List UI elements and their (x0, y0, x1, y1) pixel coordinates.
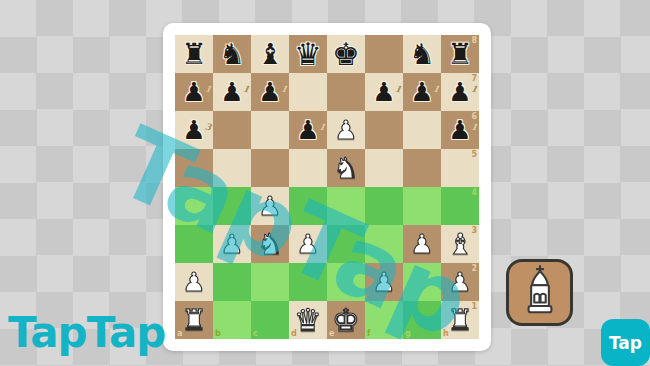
piece-count-badge: 1 (470, 121, 478, 132)
square-c2[interactable] (251, 263, 289, 301)
file-label-g: g (405, 329, 411, 338)
square-b2[interactable] (213, 263, 251, 301)
square-f8[interactable] (365, 35, 403, 73)
square-g3[interactable]: ♟ (403, 225, 441, 263)
square-a3[interactable] (175, 225, 213, 263)
rank-label-4: 4 (471, 188, 477, 197)
white-queen-d1[interactable]: ♛ (294, 305, 322, 336)
square-g7[interactable]: ♟1 (403, 73, 441, 111)
square-e6[interactable]: ♟ (327, 111, 365, 149)
white-rook-h1[interactable]: ♜ (447, 306, 473, 335)
bishop-piece-button[interactable] (506, 259, 573, 326)
black-knight-b8[interactable]: ♞ (219, 40, 245, 69)
square-a1[interactable]: a♜ (175, 301, 213, 339)
square-h3[interactable]: 3♝ (441, 225, 479, 263)
church-bishop-icon (521, 265, 559, 320)
square-b6[interactable] (213, 111, 251, 149)
piece-count-badge: 3 (204, 121, 212, 132)
square-c8[interactable]: ♝ (251, 35, 289, 73)
black-pawn-a7[interactable]: ♟ (182, 79, 205, 105)
square-h7[interactable]: 7♟1 (441, 73, 479, 111)
tap-app-badge: Tap (601, 319, 650, 366)
square-g8[interactable]: ♞ (403, 35, 441, 73)
square-f7[interactable]: ♟1 (365, 73, 403, 111)
square-d2[interactable] (289, 263, 327, 301)
white-pawn-f2[interactable]: ♟ (372, 269, 395, 295)
white-knight-c3[interactable]: ♞ (257, 230, 283, 259)
white-pawn-e6[interactable]: ♟ (334, 117, 357, 143)
piece-count-badge: 1 (470, 83, 478, 94)
square-e5[interactable]: ♞ (327, 149, 365, 187)
square-f6[interactable] (365, 111, 403, 149)
square-h1[interactable]: 1h♜ (441, 301, 479, 339)
black-rook-h8[interactable]: ♜ (447, 40, 473, 69)
square-h2[interactable]: 2♟ (441, 263, 479, 301)
black-pawn-h6[interactable]: ♟ (448, 117, 471, 143)
square-d6[interactable]: ♟1 (289, 111, 327, 149)
square-e4[interactable] (327, 187, 365, 225)
square-f3[interactable] (365, 225, 403, 263)
black-pawn-h7[interactable]: ♟ (448, 79, 471, 105)
black-pawn-d6[interactable]: ♟ (296, 117, 319, 143)
rank-label-5: 5 (471, 150, 477, 159)
square-e8[interactable]: ♚ (327, 35, 365, 73)
file-label-c: c (253, 329, 258, 338)
square-c4[interactable]: ♟ (251, 187, 289, 225)
rank-label-2: 2 (471, 264, 477, 273)
square-d4[interactable] (289, 187, 327, 225)
square-b7[interactable]: ♟1 (213, 73, 251, 111)
square-g5[interactable] (403, 149, 441, 187)
piece-count-badge: 1 (318, 121, 326, 132)
white-pawn-d3[interactable]: ♟ (296, 231, 319, 257)
square-d8[interactable]: ♛ (289, 35, 327, 73)
square-g6[interactable] (403, 111, 441, 149)
square-f1[interactable]: f (365, 301, 403, 339)
rank-label-6: 6 (471, 112, 477, 121)
piece-count-badge: 1 (394, 83, 402, 94)
square-c5[interactable] (251, 149, 289, 187)
chess-board[interactable]: ♜♞♝♛♚♞8♜♟1♟1♟1♟1♟17♟1♟3♟1♟6♟1♞5♟4♟♞♟♟3♝♟… (175, 35, 479, 339)
black-pawn-b7[interactable]: ♟ (220, 79, 243, 105)
square-h5[interactable]: 5 (441, 149, 479, 187)
square-e1[interactable]: e♚ (327, 301, 365, 339)
square-a5[interactable] (175, 149, 213, 187)
square-c6[interactable] (251, 111, 289, 149)
black-rook-a8[interactable]: ♜ (181, 40, 207, 69)
square-h4[interactable]: 4 (441, 187, 479, 225)
square-c3[interactable]: ♞ (251, 225, 289, 263)
square-g1[interactable]: g (403, 301, 441, 339)
white-rook-a1[interactable]: ♜ (181, 306, 207, 335)
square-f2[interactable]: ♟ (365, 263, 403, 301)
black-queen-d8[interactable]: ♛ (294, 39, 322, 70)
black-pawn-a6[interactable]: ♟ (182, 117, 205, 143)
square-b1[interactable]: b (213, 301, 251, 339)
piece-count-badge: 1 (242, 83, 250, 94)
piece-count-badge: 1 (280, 83, 288, 94)
square-a6[interactable]: ♟3 (175, 111, 213, 149)
screenshot-canvas: ♜♞♝♛♚♞8♜♟1♟1♟1♟1♟17♟1♟3♟1♟6♟1♞5♟4♟♞♟♟3♝♟… (0, 0, 650, 366)
square-e3[interactable] (327, 225, 365, 263)
square-d5[interactable] (289, 149, 327, 187)
white-pawn-g3[interactable]: ♟ (410, 231, 433, 257)
square-b5[interactable] (213, 149, 251, 187)
square-a2[interactable]: ♟ (175, 263, 213, 301)
square-c7[interactable]: ♟1 (251, 73, 289, 111)
white-bishop-h3[interactable]: ♝ (447, 230, 473, 259)
chess-board-card: ♜♞♝♛♚♞8♜♟1♟1♟1♟1♟17♟1♟3♟1♟6♟1♞5♟4♟♞♟♟3♝♟… (163, 23, 491, 351)
square-d3[interactable]: ♟ (289, 225, 327, 263)
white-pawn-b3[interactable]: ♟ (220, 231, 243, 257)
piece-count-badge: 1 (432, 83, 440, 94)
square-d7[interactable] (289, 73, 327, 111)
piece-count-badge: 1 (204, 83, 212, 94)
white-pawn-a2[interactable]: ♟ (182, 269, 205, 295)
square-g4[interactable] (403, 187, 441, 225)
black-pawn-c7[interactable]: ♟ (258, 79, 281, 105)
square-a4[interactable] (175, 187, 213, 225)
white-king-e1[interactable]: ♚ (332, 305, 360, 336)
square-g2[interactable] (403, 263, 441, 301)
square-b8[interactable]: ♞ (213, 35, 251, 73)
square-d1[interactable]: d♛ (289, 301, 327, 339)
square-a8[interactable]: ♜ (175, 35, 213, 73)
black-knight-g8[interactable]: ♞ (409, 40, 435, 69)
square-f5[interactable] (365, 149, 403, 187)
square-b3[interactable]: ♟ (213, 225, 251, 263)
black-pawn-f7[interactable]: ♟ (372, 79, 395, 105)
black-pawn-g7[interactable]: ♟ (410, 79, 433, 105)
taptap-logo-text: TapTap (8, 308, 165, 357)
black-bishop-c8[interactable]: ♝ (257, 40, 283, 69)
white-knight-e5[interactable]: ♞ (333, 154, 359, 183)
square-b4[interactable] (213, 187, 251, 225)
square-e7[interactable] (327, 73, 365, 111)
square-h6[interactable]: 6♟1 (441, 111, 479, 149)
file-label-f: f (367, 329, 370, 338)
square-f4[interactable] (365, 187, 403, 225)
file-label-b: b (215, 329, 221, 338)
square-a7[interactable]: ♟1 (175, 73, 213, 111)
white-pawn-h2[interactable]: ♟ (448, 269, 471, 295)
square-c1[interactable]: c (251, 301, 289, 339)
white-pawn-c4[interactable]: ♟ (258, 193, 281, 219)
square-h8[interactable]: 8♜ (441, 35, 479, 73)
rank-label-7: 7 (471, 74, 477, 83)
square-e2[interactable] (327, 263, 365, 301)
black-king-e8[interactable]: ♚ (332, 39, 360, 70)
